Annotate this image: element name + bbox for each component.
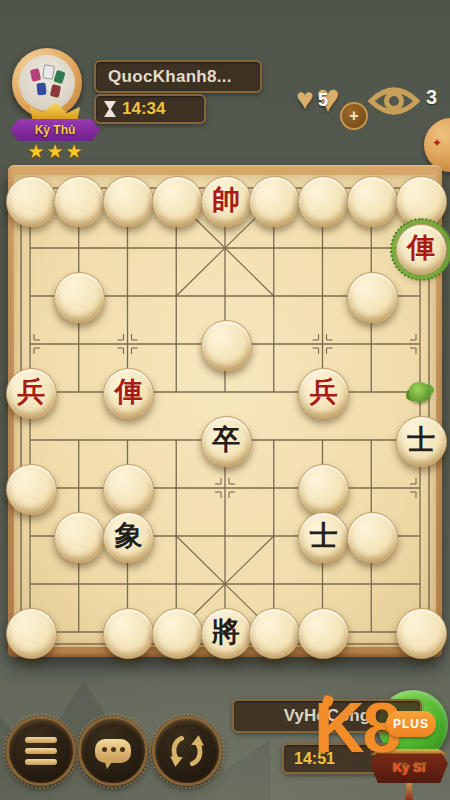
top-player-name: QuocKhanh8... [108,67,232,87]
piece-face-down-black[interactable] [103,608,154,659]
piece-face-down-red[interactable] [54,272,105,323]
swap-button[interactable] [152,716,222,786]
watermark-plus-badge: PLUS [386,711,436,737]
ball-red-mark: ✦ [432,136,442,150]
avatar-image [19,55,75,111]
heart-icon: ♥ [296,82,314,116]
piece-face-down-black[interactable] [298,608,349,659]
top-player-time: 14:34 [122,99,165,119]
piece-face-down-red[interactable] [249,176,300,227]
piece-face-down-red[interactable] [54,176,105,227]
piece-face-down-black[interactable] [6,464,57,515]
piece-red-chariot[interactable]: 俥 [103,368,154,419]
xiangqi-board[interactable]: 帥俥兵俥兵卒士象士將 [8,165,442,657]
piece-glyph: 俥 [407,234,435,262]
hourglass-icon [104,101,116,117]
avatar-frame [12,48,82,118]
piece-glyph: 卒 [212,426,240,454]
move-origin-marker [409,382,431,402]
hearts-widget[interactable]: ♥ ♥ 5 + [296,76,370,128]
piece-black-elephant[interactable]: 象 [103,512,154,563]
piece-face-down-red[interactable] [347,272,398,323]
piece-black-advisor[interactable]: 士 [396,416,447,467]
piece-face-down-black[interactable] [152,608,203,659]
hearts-count: 5 [318,90,328,111]
piece-face-down-black[interactable] [298,464,349,515]
top-player-rank: Kỳ Thủ [35,123,76,137]
piece-face-down-black[interactable] [103,464,154,515]
chat-icon [95,739,131,763]
piece-glyph: 兵 [310,378,338,406]
piece-face-down-red[interactable] [152,176,203,227]
piece-face-down-red[interactable] [201,320,252,371]
menu-button[interactable] [6,716,76,786]
board-grid [8,165,442,657]
piece-red-soldier[interactable]: 兵 [298,368,349,419]
star-rating: ★★★ [18,140,94,163]
spectator-count: 3 [426,86,437,109]
piece-black-advisor[interactable]: 士 [298,512,349,563]
banner-tassel [405,783,413,800]
spectators-button[interactable] [368,84,420,118]
piece-face-down-red[interactable] [103,176,154,227]
swap-arrows-icon [168,732,206,770]
piece-glyph: 象 [115,522,143,550]
piece-red-soldier[interactable]: 兵 [6,368,57,419]
piece-black-soldier[interactable]: 卒 [201,416,252,467]
piece-glyph: 將 [212,618,240,646]
top-player-timer: 14:34 [94,94,206,124]
piece-black-general[interactable]: 將 [201,608,252,659]
floating-ball-button[interactable]: ✦ [424,118,450,172]
piece-face-down-black[interactable] [6,608,57,659]
plus-badge-label: PLUS [393,717,429,731]
app-screen: Kỳ Thủ ★★★ QuocKhanh8... 14:34 ♥ ♥ 5 + 3… [0,0,450,800]
piece-face-down-red[interactable] [396,176,447,227]
menu-icon [25,737,57,765]
eye-icon [368,84,420,118]
piece-glyph: 俥 [115,378,143,406]
piece-red-chariot[interactable]: 俥 [396,224,447,275]
top-player-avatar[interactable]: Kỳ Thủ ★★★ [10,46,102,176]
top-player-nameplate: QuocKhanh8... [94,60,262,93]
piece-face-down-red[interactable] [298,176,349,227]
chat-button[interactable] [78,716,148,786]
piece-face-down-black[interactable] [249,608,300,659]
piece-face-down-black[interactable] [396,608,447,659]
piece-face-down-red[interactable] [347,176,398,227]
piece-glyph: 帥 [212,186,240,214]
add-hearts-button[interactable]: + [340,102,368,130]
piece-glyph: 士 [310,522,338,550]
piece-glyph: 兵 [17,378,45,406]
piece-red-general[interactable]: 帥 [201,176,252,227]
piece-glyph: 士 [407,426,435,454]
plus-label: + [349,108,358,124]
top-player-rank-badge: Kỳ Thủ [10,118,100,142]
piece-face-down-red[interactable] [6,176,57,227]
piece-face-down-black[interactable] [54,512,105,563]
piece-face-down-black[interactable] [347,512,398,563]
